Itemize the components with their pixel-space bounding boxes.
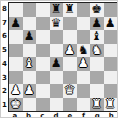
square-b5[interactable]	[23, 44, 37, 58]
square-b8[interactable]	[23, 3, 37, 17]
square-f2[interactable]	[77, 84, 91, 98]
square-d1[interactable]	[50, 98, 64, 112]
square-a6[interactable]	[9, 30, 23, 44]
file-label-d: d	[49, 112, 63, 118]
rank-label-7: 7	[1, 16, 8, 30]
square-d8[interactable]: ♜	[50, 3, 64, 17]
board: ♜♜♚♟♛♟♟♟♝♟♞♞♝♟♟♟♟♛♚♜♜	[8, 2, 118, 112]
black-pawn[interactable]: ♟	[91, 17, 102, 30]
square-b6[interactable]: ♟	[23, 30, 37, 44]
square-a4[interactable]	[9, 57, 23, 71]
black-king[interactable]: ♚	[91, 3, 102, 16]
rank-label-5: 5	[1, 43, 8, 57]
square-f1[interactable]	[77, 98, 91, 112]
square-c4[interactable]	[36, 57, 50, 71]
rank-label-4: 4	[1, 57, 8, 71]
square-g3[interactable]	[90, 71, 104, 85]
square-c1[interactable]	[36, 98, 50, 112]
square-g1[interactable]: ♜	[90, 98, 104, 112]
black-pawn[interactable]: ♟	[51, 57, 62, 70]
rank-label-3: 3	[1, 71, 8, 85]
square-d4[interactable]: ♟	[50, 57, 64, 71]
file-label-e: e	[63, 112, 77, 118]
file-labels: abcdefgh	[8, 112, 118, 118]
square-h2[interactable]	[104, 84, 118, 98]
rank-label-2: 2	[1, 85, 8, 99]
square-b7[interactable]	[23, 17, 37, 31]
square-e3[interactable]	[63, 71, 77, 85]
square-g6[interactable]: ♝	[90, 30, 104, 44]
square-a8[interactable]	[9, 3, 23, 17]
square-f8[interactable]	[77, 3, 91, 17]
chess-diagram: 87654321 ♜♜♚♟♛♟♟♟♝♟♞♞♝♟♟♟♟♛♚♜♜ abcdefgh	[0, 0, 118, 118]
square-c7[interactable]	[36, 17, 50, 31]
file-label-c: c	[36, 112, 50, 118]
rank-label-8: 8	[1, 2, 8, 16]
square-d6[interactable]	[50, 30, 64, 44]
square-d7[interactable]: ♛	[50, 17, 64, 31]
square-f3[interactable]	[77, 71, 91, 85]
square-c6[interactable]	[36, 30, 50, 44]
square-e7[interactable]	[63, 17, 77, 31]
rank-label-6: 6	[1, 30, 8, 44]
square-h1[interactable]: ♜	[104, 98, 118, 112]
square-e4[interactable]	[63, 57, 77, 71]
file-label-b: b	[22, 112, 36, 118]
square-a5[interactable]	[9, 44, 23, 58]
file-label-f: f	[77, 112, 91, 118]
square-c3[interactable]	[36, 71, 50, 85]
white-rook[interactable]: ♜	[91, 98, 102, 111]
file-label-g: g	[91, 112, 105, 118]
square-a7[interactable]: ♟	[9, 17, 23, 31]
white-bishop[interactable]: ♝	[24, 57, 35, 70]
square-b2[interactable]: ♟	[23, 84, 37, 98]
white-pawn[interactable]: ♟	[64, 44, 75, 57]
square-d3[interactable]	[50, 71, 64, 85]
white-king[interactable]: ♚	[10, 98, 21, 111]
square-g2[interactable]	[90, 84, 104, 98]
black-bishop[interactable]: ♝	[91, 30, 102, 43]
square-f4[interactable]: ♟	[77, 57, 91, 71]
black-pawn[interactable]: ♟	[24, 30, 35, 43]
square-f7[interactable]	[77, 17, 91, 31]
square-b1[interactable]	[23, 98, 37, 112]
square-h6[interactable]	[104, 30, 118, 44]
square-g5[interactable]: ♞	[90, 44, 104, 58]
black-queen[interactable]: ♛	[51, 17, 62, 30]
square-c2[interactable]	[36, 84, 50, 98]
white-knight[interactable]: ♞	[91, 44, 102, 57]
rank-labels: 87654321	[1, 2, 8, 112]
white-queen[interactable]: ♛	[64, 84, 75, 97]
square-c8[interactable]	[36, 3, 50, 17]
square-b4[interactable]: ♝	[23, 57, 37, 71]
white-pawn[interactable]: ♟	[78, 57, 89, 70]
square-a1[interactable]: ♚	[9, 98, 23, 112]
square-e8[interactable]: ♜	[63, 3, 77, 17]
square-g8[interactable]: ♚	[90, 3, 104, 17]
square-h5[interactable]	[104, 44, 118, 58]
black-pawn[interactable]: ♟	[10, 17, 21, 30]
square-e1[interactable]	[63, 98, 77, 112]
square-e2[interactable]: ♛	[63, 84, 77, 98]
square-b3[interactable]	[23, 71, 37, 85]
file-label-h: h	[104, 112, 118, 118]
black-rook[interactable]: ♜	[51, 3, 62, 16]
white-pawn[interactable]: ♟	[10, 84, 21, 97]
square-f6[interactable]	[77, 30, 91, 44]
white-pawn[interactable]: ♟	[24, 84, 35, 97]
square-a2[interactable]: ♟	[9, 84, 23, 98]
square-e6[interactable]	[63, 30, 77, 44]
black-pawn[interactable]: ♟	[105, 17, 116, 30]
square-g4[interactable]	[90, 57, 104, 71]
square-h7[interactable]: ♟	[104, 17, 118, 31]
black-rook[interactable]: ♜	[64, 3, 75, 16]
square-d5[interactable]	[50, 44, 64, 58]
square-h4[interactable]	[104, 57, 118, 71]
square-f5[interactable]: ♞	[77, 44, 91, 58]
square-h8[interactable]	[104, 3, 118, 17]
square-c5[interactable]	[36, 44, 50, 58]
square-e5[interactable]: ♟	[63, 44, 77, 58]
square-h3[interactable]	[104, 71, 118, 85]
square-a3[interactable]	[9, 71, 23, 85]
square-d2[interactable]	[50, 84, 64, 98]
white-rook[interactable]: ♜	[105, 98, 116, 111]
rank-label-1: 1	[1, 98, 8, 112]
square-g7[interactable]: ♟	[90, 17, 104, 31]
file-label-a: a	[8, 112, 22, 118]
black-knight[interactable]: ♞	[78, 44, 89, 57]
